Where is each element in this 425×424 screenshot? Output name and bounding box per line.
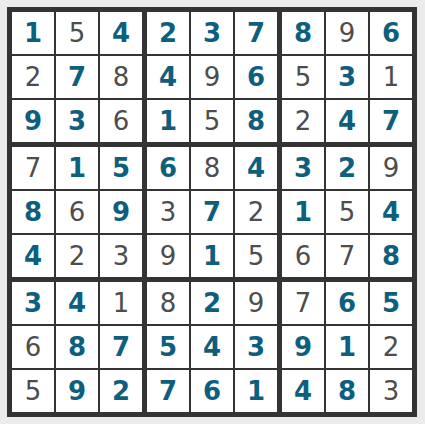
cell-r2c3[interactable]: 8 [100,56,142,98]
cell-r6c1[interactable]: 4 [12,235,54,277]
cell-r8c3[interactable]: 7 [100,326,142,368]
cell-r5c9[interactable]: 4 [370,191,412,233]
cell-r2c1[interactable]: 2 [12,56,54,98]
cell-r7c8[interactable]: 6 [326,282,368,324]
cell-r2c4[interactable]: 4 [147,56,189,98]
cell-r7c6[interactable]: 9 [235,282,277,324]
cell-r3c7[interactable]: 2 [282,100,324,142]
box-2: 237496158 [147,12,277,142]
cell-r5c4[interactable]: 3 [147,191,189,233]
cell-r7c3[interactable]: 1 [100,282,142,324]
cell-r7c5[interactable]: 2 [191,282,233,324]
cell-r3c1[interactable]: 9 [12,100,54,142]
cell-r9c5[interactable]: 6 [191,370,233,412]
cell-r9c8[interactable]: 8 [326,370,368,412]
cell-r8c1[interactable]: 6 [12,326,54,368]
cell-r1c5[interactable]: 3 [191,12,233,54]
cell-r5c3[interactable]: 9 [100,191,142,233]
cell-r4c3[interactable]: 5 [100,147,142,189]
cell-r6c4[interactable]: 9 [147,235,189,277]
cell-r3c2[interactable]: 3 [56,100,98,142]
cell-r3c9[interactable]: 7 [370,100,412,142]
cell-r5c7[interactable]: 1 [282,191,324,233]
cell-r8c4[interactable]: 5 [147,326,189,368]
cell-r3c3[interactable]: 6 [100,100,142,142]
cell-r1c9[interactable]: 6 [370,12,412,54]
cell-r7c9[interactable]: 5 [370,282,412,324]
cell-r9c1[interactable]: 5 [12,370,54,412]
cell-r1c1[interactable]: 1 [12,12,54,54]
cell-r2c7[interactable]: 5 [282,56,324,98]
cell-r6c6[interactable]: 5 [235,235,277,277]
cell-r8c8[interactable]: 1 [326,326,368,368]
cell-r1c3[interactable]: 4 [100,12,142,54]
cell-r1c8[interactable]: 9 [326,12,368,54]
cell-r4c4[interactable]: 6 [147,147,189,189]
box-3: 896531247 [282,12,412,142]
cell-r4c2[interactable]: 1 [56,147,98,189]
cell-r9c6[interactable]: 1 [235,370,277,412]
cell-r7c1[interactable]: 3 [12,282,54,324]
box-1: 154278936 [12,12,142,142]
cell-r2c9[interactable]: 1 [370,56,412,98]
cell-r6c3[interactable]: 3 [100,235,142,277]
cell-r3c4[interactable]: 1 [147,100,189,142]
cell-r4c9[interactable]: 9 [370,147,412,189]
cell-r4c8[interactable]: 2 [326,147,368,189]
cell-r3c8[interactable]: 4 [326,100,368,142]
cell-r7c2[interactable]: 4 [56,282,98,324]
cell-r5c2[interactable]: 6 [56,191,98,233]
page: 1542789362374961588965312477158694236843… [0,0,425,424]
cell-r1c4[interactable]: 2 [147,12,189,54]
box-5: 684372915 [147,147,277,277]
cell-r6c9[interactable]: 8 [370,235,412,277]
cell-r8c5[interactable]: 4 [191,326,233,368]
cell-r9c3[interactable]: 2 [100,370,142,412]
sudoku-board: 1542789362374961588965312477158694236843… [7,7,417,417]
box-8: 829543761 [147,282,277,412]
cell-r3c5[interactable]: 5 [191,100,233,142]
cell-r2c5[interactable]: 9 [191,56,233,98]
box-6: 329154678 [282,147,412,277]
cell-r8c7[interactable]: 9 [282,326,324,368]
cell-r2c8[interactable]: 3 [326,56,368,98]
cell-r4c5[interactable]: 8 [191,147,233,189]
cell-r1c6[interactable]: 7 [235,12,277,54]
box-7: 341687592 [12,282,142,412]
box-4: 715869423 [12,147,142,277]
cell-r4c6[interactable]: 4 [235,147,277,189]
cell-r4c7[interactable]: 3 [282,147,324,189]
cell-r1c2[interactable]: 5 [56,12,98,54]
cell-r5c6[interactable]: 2 [235,191,277,233]
cell-r7c4[interactable]: 8 [147,282,189,324]
cell-r6c8[interactable]: 7 [326,235,368,277]
cell-r1c7[interactable]: 8 [282,12,324,54]
cell-r9c9[interactable]: 3 [370,370,412,412]
cell-r7c7[interactable]: 7 [282,282,324,324]
cell-r9c4[interactable]: 7 [147,370,189,412]
cell-r8c6[interactable]: 3 [235,326,277,368]
cell-r8c2[interactable]: 8 [56,326,98,368]
cell-r6c2[interactable]: 2 [56,235,98,277]
cell-r2c2[interactable]: 7 [56,56,98,98]
cell-r8c9[interactable]: 2 [370,326,412,368]
cell-r5c8[interactable]: 5 [326,191,368,233]
cell-r6c5[interactable]: 1 [191,235,233,277]
box-9: 765912483 [282,282,412,412]
cell-r9c2[interactable]: 9 [56,370,98,412]
cell-r5c1[interactable]: 8 [12,191,54,233]
cell-r2c6[interactable]: 6 [235,56,277,98]
cell-r6c7[interactable]: 6 [282,235,324,277]
cell-r9c7[interactable]: 4 [282,370,324,412]
cell-r3c6[interactable]: 8 [235,100,277,142]
cell-r5c5[interactable]: 7 [191,191,233,233]
cell-r4c1[interactable]: 7 [12,147,54,189]
